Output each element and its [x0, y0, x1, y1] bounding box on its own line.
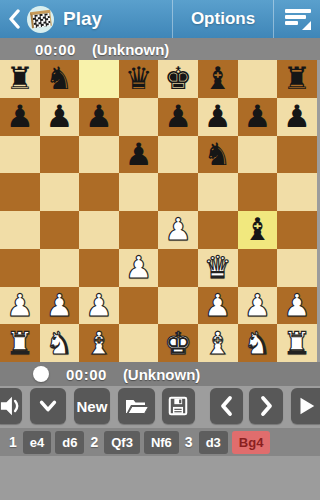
move-chip-d3[interactable]: d3	[199, 431, 228, 454]
step-back-button[interactable]	[210, 388, 244, 424]
piece-black-pawn: ♟	[204, 101, 232, 132]
square-a1[interactable]: ♜	[0, 324, 40, 362]
square-h5[interactable]	[277, 173, 317, 211]
piece-white-rook: ♜	[283, 328, 311, 359]
piece-black-pawn: ♟	[283, 101, 311, 132]
square-b4[interactable]	[40, 211, 80, 249]
piece-black-knight: ♞	[45, 63, 73, 94]
square-d7[interactable]	[119, 98, 159, 136]
white-player-name: (Unknown)	[123, 366, 200, 383]
page-title: Play	[63, 8, 102, 30]
square-f5[interactable]	[198, 173, 238, 211]
piece-white-bishop: ♝	[204, 328, 232, 359]
white-clock: 00:00	[66, 366, 107, 383]
square-f1[interactable]: ♝	[198, 324, 238, 362]
piece-black-rook: ♜	[6, 63, 34, 94]
square-e5[interactable]	[158, 173, 198, 211]
black-player-bar: 00:00 (Unknown)	[0, 38, 320, 60]
square-c5[interactable]	[79, 173, 119, 211]
piece-black-rook: ♜	[283, 63, 311, 94]
piece-black-bishop: ♝	[243, 214, 271, 245]
square-a3[interactable]	[0, 249, 40, 287]
square-c6[interactable]	[79, 136, 119, 174]
square-f3[interactable]: ♛	[198, 249, 238, 287]
square-g3[interactable]	[238, 249, 278, 287]
move-chip-Bg4[interactable]: Bg4	[232, 431, 271, 454]
square-f6[interactable]: ♞	[198, 136, 238, 174]
square-e6[interactable]	[158, 136, 198, 174]
square-d3[interactable]: ♟	[119, 249, 159, 287]
chevron-down-icon	[37, 395, 59, 417]
piece-white-knight: ♞	[243, 328, 271, 359]
new-game-label: New	[77, 398, 108, 415]
square-h8[interactable]: ♜	[277, 60, 317, 98]
piece-black-pawn: ♟	[164, 101, 192, 132]
white-turn-indicator-icon	[33, 366, 49, 382]
square-d4[interactable]	[119, 211, 159, 249]
overflow-menu-icon[interactable]	[285, 9, 311, 29]
black-clock: 00:00	[35, 41, 76, 58]
piece-white-pawn: ♟	[45, 290, 73, 321]
square-h3[interactable]	[277, 249, 317, 287]
options-button[interactable]: Options	[173, 9, 273, 29]
bottom-filler	[0, 456, 320, 500]
square-g2[interactable]: ♟	[238, 287, 278, 325]
square-f8[interactable]: ♝	[198, 60, 238, 98]
move-number: 2	[90, 434, 98, 450]
piece-black-pawn: ♟	[6, 101, 34, 132]
square-a5[interactable]	[0, 173, 40, 211]
square-d8[interactable]: ♛	[119, 60, 159, 98]
square-c1[interactable]: ♝	[79, 324, 119, 362]
square-b2[interactable]: ♟	[40, 287, 80, 325]
toolbar: New	[0, 386, 320, 428]
save-game-button[interactable]	[162, 388, 195, 424]
piece-black-king: ♚	[164, 63, 192, 94]
step-forward-button[interactable]	[249, 388, 283, 424]
square-g8[interactable]	[238, 60, 278, 98]
square-b7[interactable]: ♟	[40, 98, 80, 136]
open-folder-icon	[124, 394, 150, 418]
header-divider	[273, 0, 274, 38]
square-a6[interactable]	[0, 136, 40, 174]
piece-white-pawn: ♟	[6, 290, 34, 321]
square-e7[interactable]: ♟	[158, 98, 198, 136]
chevron-left-icon	[217, 395, 237, 417]
open-game-button[interactable]	[118, 388, 155, 424]
move-number: 3	[185, 434, 193, 450]
square-f7[interactable]: ♟	[198, 98, 238, 136]
square-e2[interactable]	[158, 287, 198, 325]
speaker-icon	[0, 395, 22, 417]
collapse-toolbar-button[interactable]	[30, 388, 66, 424]
square-d5[interactable]	[119, 173, 159, 211]
square-e8[interactable]: ♚	[158, 60, 198, 98]
square-g1[interactable]: ♞	[238, 324, 278, 362]
square-g6[interactable]	[238, 136, 278, 174]
piece-white-rook: ♜	[6, 328, 34, 359]
piece-black-pawn: ♟	[125, 139, 153, 170]
chessboard-logo-icon	[27, 6, 54, 33]
square-b6[interactable]	[40, 136, 80, 174]
square-f4[interactable]	[198, 211, 238, 249]
back-button[interactable]	[4, 7, 24, 31]
square-g5[interactable]	[238, 173, 278, 211]
square-g4[interactable]: ♝	[238, 211, 278, 249]
piece-white-pawn: ♟	[164, 214, 192, 245]
move-list: 1e4d62Qf3Nf63d3Bg4	[0, 428, 320, 456]
square-h7[interactable]: ♟	[277, 98, 317, 136]
square-b5[interactable]	[40, 173, 80, 211]
piece-white-pawn: ♟	[243, 290, 271, 321]
piece-white-bishop: ♝	[85, 328, 113, 359]
move-number: 1	[9, 434, 17, 450]
chess-app: Play Options 00:00 (Unknown) ♜♞♛♚♝♜♟♟♟♟♟…	[0, 0, 320, 500]
volume-button[interactable]	[0, 388, 22, 424]
move-chip-Qf3[interactable]: Qf3	[104, 431, 140, 454]
save-floppy-icon	[167, 395, 189, 417]
play-button[interactable]	[291, 388, 320, 424]
square-e4[interactable]: ♟	[158, 211, 198, 249]
white-player-bar: 00:00 (Unknown)	[0, 362, 320, 386]
piece-black-pawn: ♟	[85, 101, 113, 132]
piece-black-pawn: ♟	[45, 101, 73, 132]
piece-black-bishop: ♝	[204, 63, 232, 94]
square-d6[interactable]: ♟	[119, 136, 159, 174]
square-a7[interactable]: ♟	[0, 98, 40, 136]
square-b1[interactable]: ♞	[40, 324, 80, 362]
header: Play Options	[0, 0, 320, 38]
piece-white-pawn: ♟	[125, 252, 153, 283]
chess-board: ♜♞♛♚♝♜♟♟♟♟♟♟♟♟♞♟♝♟♛♟♟♟♟♟♟♜♞♝♚♝♞♜	[0, 60, 317, 362]
square-f2[interactable]: ♟	[198, 287, 238, 325]
move-chip-Nf6[interactable]: Nf6	[144, 431, 179, 454]
piece-white-knight: ♞	[45, 328, 73, 359]
square-h6[interactable]	[277, 136, 317, 174]
play-icon	[295, 395, 317, 417]
piece-white-pawn: ♟	[283, 290, 311, 321]
square-h4[interactable]	[277, 211, 317, 249]
square-g7[interactable]: ♟	[238, 98, 278, 136]
piece-black-pawn: ♟	[243, 101, 271, 132]
piece-black-knight: ♞	[204, 139, 232, 170]
move-chip-d6[interactable]: d6	[55, 431, 84, 454]
square-h2[interactable]: ♟	[277, 287, 317, 325]
square-a4[interactable]	[0, 211, 40, 249]
square-e3[interactable]	[158, 249, 198, 287]
square-c4[interactable]	[79, 211, 119, 249]
square-h1[interactable]: ♜	[277, 324, 317, 362]
square-a8[interactable]: ♜	[0, 60, 40, 98]
chevron-right-icon	[256, 395, 276, 417]
square-c2[interactable]: ♟	[79, 287, 119, 325]
square-d2[interactable]	[119, 287, 159, 325]
piece-white-pawn: ♟	[204, 290, 232, 321]
new-game-button[interactable]: New	[74, 388, 111, 424]
square-b8[interactable]: ♞	[40, 60, 80, 98]
piece-white-king: ♚	[164, 328, 192, 359]
board-area: ♜♞♛♚♝♜♟♟♟♟♟♟♟♟♞♟♝♟♛♟♟♟♟♟♟♜♞♝♚♝♞♜	[0, 60, 320, 362]
square-d1[interactable]	[119, 324, 159, 362]
piece-black-queen: ♛	[125, 63, 153, 94]
square-a2[interactable]: ♟	[0, 287, 40, 325]
square-c3[interactable]	[79, 249, 119, 287]
square-b3[interactable]	[40, 249, 80, 287]
square-e1[interactable]: ♚	[158, 324, 198, 362]
square-c7[interactable]: ♟	[79, 98, 119, 136]
move-chip-e4[interactable]: e4	[23, 431, 51, 454]
chevron-left-icon	[8, 9, 21, 29]
black-player-name: (Unknown)	[92, 41, 169, 58]
square-c8[interactable]	[79, 60, 119, 98]
piece-white-queen: ♛	[204, 252, 232, 283]
piece-white-pawn: ♟	[85, 290, 113, 321]
